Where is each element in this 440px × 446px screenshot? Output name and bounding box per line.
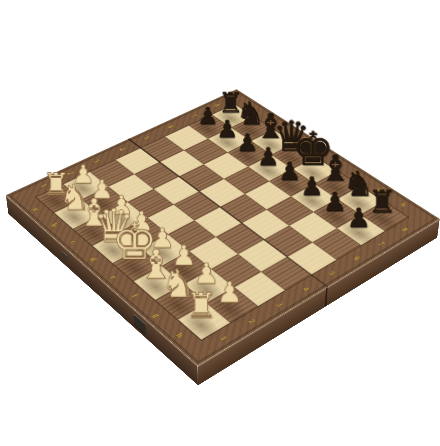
board-grid: ♜♞♝♛♚♝♞♜♟♟♟♟♟♟♟♟♟♟♟♟♟♟♟♟♜♞♝♛♚♝♞♜ — [36, 104, 408, 340]
black-pawn-g7: ♟ — [322, 189, 346, 215]
file-label-near-h: h — [174, 332, 185, 339]
rank-label-right-3: 3 — [275, 301, 285, 308]
file-label-far-h: h — [399, 202, 408, 208]
rank-label-left-6: 6 — [166, 124, 175, 129]
rank-label-right-4: 4 — [301, 285, 311, 292]
rank-label-right-5: 5 — [327, 270, 337, 276]
chess-board: ♜♞♝♛♚♝♞♜♟♟♟♟♟♟♟♟♟♟♟♟♟♟♟♟♜♞♝♛♚♝♞♜ aabbccd… — [6, 89, 440, 366]
rank-label-right-6: 6 — [352, 255, 362, 261]
white-pawn-g2: ♟ — [193, 259, 218, 287]
board-frame: ♜♞♝♛♚♝♞♜♟♟♟♟♟♟♟♟♟♟♟♟♟♟♟♟♜♞♝♛♚♝♞♜ aabbccd… — [6, 89, 440, 366]
black-pawn-c7: ♟ — [236, 130, 258, 155]
fold-seam-side — [325, 287, 328, 307]
black-pawn-d7: ♟ — [256, 144, 278, 169]
white-rook-h1: ♜ — [185, 288, 216, 323]
black-pawn-f7: ♟ — [300, 173, 323, 199]
black-pawn-a7: ♟ — [197, 104, 218, 128]
chess-set-photo: ♜♞♝♛♚♝♞♜♟♟♟♟♟♟♟♟♟♟♟♟♟♟♟♟♜♞♝♛♚♝♞♜ aabbccd… — [0, 0, 440, 446]
file-label-near-a: a — [31, 206, 41, 212]
black-rook-h8: ♜ — [367, 186, 395, 217]
file-label-near-d: d — [88, 256, 99, 262]
file-label-near-b: b — [49, 222, 59, 228]
hinge-plate — [61, 250, 67, 262]
file-label-near-f: f — [130, 293, 140, 299]
black-pawn-h7: ♟ — [346, 205, 370, 232]
rank-label-left-5: 5 — [142, 135, 151, 140]
black-pawn-e7: ♟ — [278, 159, 301, 184]
white-pawn-h2: ♟ — [216, 278, 242, 307]
file-label-near-c: c — [68, 239, 78, 245]
rank-label-left-4: 4 — [118, 147, 127, 152]
file-label-near-g: g — [151, 312, 162, 319]
file-label-near-e: e — [108, 274, 118, 280]
black-pawn-b7: ♟ — [216, 117, 238, 141]
